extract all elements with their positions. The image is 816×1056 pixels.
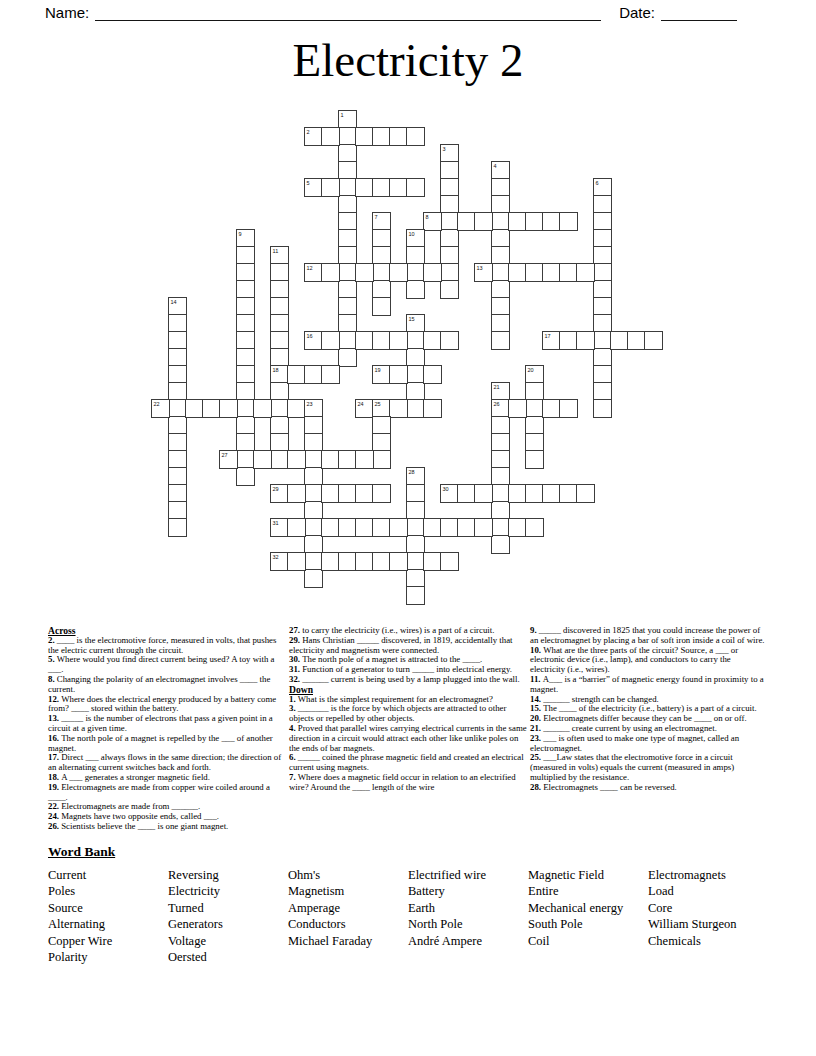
clue-item: 26. Scientists believe the ____ is one g… xyxy=(48,822,286,832)
grid-cell[interactable] xyxy=(491,212,510,231)
grid-cell[interactable] xyxy=(491,467,510,486)
grid-cell[interactable] xyxy=(593,246,612,265)
grid-cell[interactable] xyxy=(508,484,527,503)
grid-cell[interactable] xyxy=(236,382,255,401)
grid-cell[interactable] xyxy=(236,263,255,282)
grid-cell[interactable] xyxy=(168,518,187,537)
grid-cell[interactable] xyxy=(338,552,357,571)
word-bank-word: Oersted xyxy=(168,949,288,965)
grid-cell[interactable] xyxy=(151,399,170,418)
word-bank-grid: CurrentPolesSourceAlternatingCopper Wire… xyxy=(48,867,788,965)
grid-cell[interactable] xyxy=(406,229,425,248)
grid-cell[interactable] xyxy=(372,331,391,350)
grid-cell[interactable] xyxy=(168,484,187,503)
grid-cell[interactable] xyxy=(423,399,442,418)
grid-cell[interactable] xyxy=(338,246,357,265)
grid-cell[interactable] xyxy=(304,365,323,384)
grid-cell[interactable] xyxy=(168,348,187,367)
grid-cell[interactable] xyxy=(406,518,425,537)
word-bank-word: Generators xyxy=(168,916,288,932)
clue-item: 2. ____ is the electromotive force, meas… xyxy=(48,636,286,656)
word-bank-word: William Sturgeon xyxy=(648,916,768,932)
grid-cell[interactable] xyxy=(491,297,510,316)
word-bank-word: Mechanical energy xyxy=(528,900,648,916)
grid-cell[interactable] xyxy=(338,450,357,469)
grid-cell[interactable] xyxy=(219,399,238,418)
grid-cell[interactable] xyxy=(559,484,578,503)
clue-item: 28. Electromagnets ____ can be reversed. xyxy=(530,783,768,793)
grid-cell[interactable] xyxy=(491,433,510,452)
grid-cell[interactable] xyxy=(236,314,255,333)
grid-cell[interactable] xyxy=(576,331,595,350)
name-field-line[interactable] xyxy=(95,5,601,21)
grid-cell[interactable] xyxy=(168,331,187,350)
grid-cell[interactable] xyxy=(304,569,323,588)
clue-item: 23. ___ is often used to make one type o… xyxy=(530,734,768,754)
grid-cell[interactable] xyxy=(593,348,612,367)
grid-cell[interactable] xyxy=(525,399,544,418)
grid-cell[interactable] xyxy=(338,263,357,282)
word-bank-word: Michael Faraday xyxy=(288,933,408,949)
grid-cell[interactable] xyxy=(321,178,340,197)
grid-cell[interactable] xyxy=(440,195,459,214)
word-bank-word: Electrified wire xyxy=(408,867,528,883)
grid-cell[interactable] xyxy=(372,450,391,469)
grid-cell[interactable] xyxy=(559,212,578,231)
grid-cell[interactable] xyxy=(270,433,289,452)
grid-cell[interactable] xyxy=(304,178,323,197)
clue-item: 8. Changing the polarity of an electroma… xyxy=(48,675,286,695)
word-bank-word: Turned xyxy=(168,900,288,916)
grid-cell[interactable] xyxy=(338,161,357,180)
grid-cell[interactable] xyxy=(236,297,255,316)
grid-cell[interactable] xyxy=(321,365,340,384)
grid-cell[interactable] xyxy=(321,518,340,537)
grid-cell[interactable] xyxy=(508,399,527,418)
grid-cell[interactable] xyxy=(508,212,527,231)
grid-cell[interactable] xyxy=(406,467,425,486)
grid-cell[interactable] xyxy=(270,280,289,299)
grid-cell[interactable] xyxy=(593,314,612,333)
grid-cell[interactable] xyxy=(406,263,425,282)
word-bank-title: Word Bank xyxy=(48,844,788,860)
grid-cell[interactable] xyxy=(304,501,323,520)
grid-cell[interactable] xyxy=(491,331,510,350)
grid-cell[interactable] xyxy=(338,229,357,248)
grid-cell[interactable] xyxy=(270,484,289,503)
grid-cell[interactable] xyxy=(355,263,374,282)
grid-cell[interactable] xyxy=(236,331,255,350)
grid-cell[interactable] xyxy=(525,518,544,537)
grid-cell[interactable] xyxy=(372,365,391,384)
grid-cell[interactable] xyxy=(219,450,238,469)
grid-cell[interactable] xyxy=(321,552,340,571)
grid-cell[interactable] xyxy=(168,297,187,316)
grid-cell[interactable] xyxy=(423,212,442,231)
grid-cell[interactable] xyxy=(423,331,442,350)
grid-cell[interactable] xyxy=(168,314,187,333)
grid-cell[interactable] xyxy=(406,569,425,588)
word-bank-word: Electricity xyxy=(168,883,288,899)
word-bank-word: André Ampere xyxy=(408,933,528,949)
grid-cell[interactable] xyxy=(627,331,646,350)
grid-cell[interactable] xyxy=(491,416,510,435)
clue-item: 10. What are the three parts of the circ… xyxy=(530,646,768,675)
grid-cell[interactable] xyxy=(440,212,459,231)
grid-cell[interactable] xyxy=(525,212,544,231)
grid-cell[interactable] xyxy=(236,246,255,265)
name-label: Name: xyxy=(45,4,95,21)
word-bank-word: Load xyxy=(648,883,768,899)
grid-cell[interactable] xyxy=(440,331,459,350)
grid-cell[interactable] xyxy=(389,552,408,571)
grid-cell[interactable] xyxy=(406,246,425,265)
grid-cell[interactable] xyxy=(406,178,425,197)
grid-cell[interactable] xyxy=(491,280,510,299)
grid-cell[interactable] xyxy=(253,399,272,418)
word-bank-word: Ohm's xyxy=(288,867,408,883)
grid-cell[interactable] xyxy=(389,331,408,350)
word-bank-column: ElectromagnetsLoadCoreWilliam SturgeonCh… xyxy=(648,867,768,965)
grid-cell[interactable] xyxy=(270,348,289,367)
grid-cell[interactable] xyxy=(542,212,561,231)
grid-cell[interactable] xyxy=(491,399,510,418)
word-bank-word: Voltage xyxy=(168,933,288,949)
word-bank-word: South Pole xyxy=(528,916,648,932)
word-bank-word: Magnetic Field xyxy=(528,867,648,883)
grid-cell[interactable] xyxy=(593,331,612,350)
grid-cell[interactable] xyxy=(406,484,425,503)
grid-cell[interactable] xyxy=(270,297,289,316)
grid-cell[interactable] xyxy=(542,484,561,503)
grid-cell[interactable] xyxy=(270,365,289,384)
grid-cell[interactable] xyxy=(491,178,510,197)
grid-cell[interactable] xyxy=(270,450,289,469)
grid-cell[interactable] xyxy=(372,280,391,299)
grid-cell[interactable] xyxy=(304,331,323,350)
grid-cell[interactable] xyxy=(491,195,510,214)
grid-cell[interactable] xyxy=(355,331,374,350)
grid-cell[interactable] xyxy=(355,484,374,503)
grid-cell[interactable] xyxy=(406,331,425,350)
grid-cell[interactable] xyxy=(644,331,663,350)
date-field-line[interactable] xyxy=(661,5,737,21)
grid-cell[interactable] xyxy=(304,535,323,554)
grid-cell[interactable] xyxy=(491,518,510,537)
grid-cell[interactable] xyxy=(440,144,459,163)
grid-cell[interactable] xyxy=(304,552,323,571)
word-bank-word: Source xyxy=(48,900,168,916)
grid-cell[interactable] xyxy=(338,178,357,197)
grid-cell[interactable] xyxy=(593,297,612,316)
grid-cell[interactable] xyxy=(338,314,357,333)
grid-cell[interactable] xyxy=(440,263,459,282)
clue-item: 16. The north pole of a magnet is repell… xyxy=(48,734,286,754)
word-bank-word: Poles xyxy=(48,883,168,899)
grid-cell[interactable] xyxy=(440,484,459,503)
clue-column-2: 27. to carry the electricity (i.e., wire… xyxy=(289,626,527,793)
grid-cell[interactable] xyxy=(270,518,289,537)
grid-cell[interactable] xyxy=(236,433,255,452)
grid-cell[interactable] xyxy=(491,382,510,401)
grid-cell[interactable] xyxy=(406,314,425,333)
grid-cell[interactable] xyxy=(338,518,357,537)
grid-cell[interactable] xyxy=(270,382,289,401)
grid-cell[interactable] xyxy=(372,399,391,418)
grid-cell[interactable] xyxy=(338,110,357,129)
grid-cell[interactable] xyxy=(389,178,408,197)
grid-cell[interactable] xyxy=(304,450,323,469)
grid-cell[interactable] xyxy=(440,161,459,180)
grid-cell[interactable] xyxy=(593,399,612,418)
grid-cell[interactable] xyxy=(355,399,374,418)
grid-cell[interactable] xyxy=(389,518,408,537)
grid-cell[interactable] xyxy=(236,280,255,299)
grid-cell[interactable] xyxy=(525,263,544,282)
grid-cell[interactable] xyxy=(389,365,408,384)
grid-cell[interactable] xyxy=(270,246,289,265)
grid-cell[interactable] xyxy=(559,263,578,282)
grid-cell[interactable] xyxy=(338,212,357,231)
grid-cell[interactable] xyxy=(508,263,527,282)
grid-cell[interactable] xyxy=(593,229,612,248)
grid-cell[interactable] xyxy=(406,348,425,367)
word-bank-word: North Pole xyxy=(408,916,528,932)
word-bank: Word Bank CurrentPolesSourceAlternatingC… xyxy=(48,844,788,965)
grid-cell[interactable] xyxy=(542,263,561,282)
grid-cell[interactable] xyxy=(474,263,493,282)
grid-cell[interactable] xyxy=(372,416,391,435)
grid-cell[interactable] xyxy=(423,263,442,282)
grid-cell[interactable] xyxy=(491,501,510,520)
grid-cell[interactable] xyxy=(236,348,255,367)
grid-cell[interactable] xyxy=(406,552,425,571)
grid-cell[interactable] xyxy=(440,280,459,299)
grid-cell[interactable] xyxy=(287,552,306,571)
word-bank-word: Core xyxy=(648,900,768,916)
clue-item: 4. Proved that parallel wires carrying e… xyxy=(289,724,527,753)
grid-cell[interactable] xyxy=(440,229,459,248)
grid-cell[interactable] xyxy=(474,484,493,503)
grid-cell[interactable] xyxy=(508,518,527,537)
clue-item: 7. Where does a magnetic field occur in … xyxy=(289,773,527,793)
grid-cell[interactable] xyxy=(372,518,391,537)
grid-cell[interactable] xyxy=(321,127,340,146)
grid-cell[interactable] xyxy=(202,399,221,418)
grid-cell[interactable] xyxy=(389,399,408,418)
grid-cell[interactable] xyxy=(440,552,459,571)
grid-cell[interactable] xyxy=(372,297,391,316)
clue-item: 19. Electromagnets are made from copper … xyxy=(48,783,286,803)
grid-cell[interactable] xyxy=(168,501,187,520)
grid-cell[interactable] xyxy=(457,212,476,231)
grid-cell[interactable] xyxy=(525,365,544,384)
grid-cell[interactable] xyxy=(304,433,323,452)
grid-cell[interactable] xyxy=(423,552,442,571)
grid-cell[interactable] xyxy=(372,212,391,231)
grid-cell[interactable] xyxy=(406,280,425,299)
grid-cell[interactable] xyxy=(338,144,357,163)
word-bank-word: Current xyxy=(48,867,168,883)
clue-item: 6. _____ coined the phrase magnetic fiel… xyxy=(289,753,527,773)
grid-cell[interactable] xyxy=(287,450,306,469)
grid-cell[interactable] xyxy=(457,518,476,537)
grid-cell[interactable] xyxy=(236,450,255,469)
grid-cell[interactable] xyxy=(406,586,425,605)
grid-cell[interactable] xyxy=(338,348,357,367)
grid-cell[interactable] xyxy=(406,365,425,384)
clue-item: 29. Hans Christian _____ discovered, in … xyxy=(289,636,527,656)
grid-cell[interactable] xyxy=(491,450,510,469)
grid-cell[interactable] xyxy=(338,331,357,350)
grid-cell[interactable] xyxy=(270,399,289,418)
grid-cell[interactable] xyxy=(593,178,612,197)
grid-cell[interactable] xyxy=(236,467,255,486)
grid-cell[interactable] xyxy=(525,450,544,469)
grid-cell[interactable] xyxy=(491,161,510,180)
grid-cell[interactable] xyxy=(338,280,357,299)
clue-item: 32. ______ current is being used by a la… xyxy=(289,675,527,685)
grid-cell[interactable] xyxy=(236,229,255,248)
grid-cell[interactable] xyxy=(372,484,391,503)
grid-cell[interactable] xyxy=(491,263,510,282)
grid-cell[interactable] xyxy=(491,535,510,554)
grid-cell[interactable] xyxy=(355,178,374,197)
grid-cell[interactable] xyxy=(355,518,374,537)
grid-cell[interactable] xyxy=(491,314,510,333)
grid-cell[interactable] xyxy=(593,195,612,214)
clue-item: 3. _______ is the force by which objects… xyxy=(289,704,527,724)
grid-cell[interactable] xyxy=(321,484,340,503)
grid-cell[interactable] xyxy=(542,399,561,418)
grid-cell[interactable] xyxy=(270,314,289,333)
grid-cell[interactable] xyxy=(372,552,391,571)
grid-cell[interactable] xyxy=(474,518,493,537)
grid-cell[interactable] xyxy=(406,127,425,146)
clue-item: 5. Where would you find direct current b… xyxy=(48,655,286,675)
word-bank-word: Reversing xyxy=(168,867,288,883)
grid-cell[interactable] xyxy=(287,365,306,384)
grid-cell[interactable] xyxy=(168,416,187,435)
grid-cell[interactable] xyxy=(593,263,612,282)
word-bank-word: Electromagnets xyxy=(648,867,768,883)
grid-cell[interactable] xyxy=(287,484,306,503)
grid-cell[interactable] xyxy=(525,416,544,435)
grid-cell[interactable] xyxy=(185,399,204,418)
grid-cell[interactable] xyxy=(270,331,289,350)
grid-cell[interactable] xyxy=(304,416,323,435)
grid-cell[interactable] xyxy=(491,484,510,503)
grid-cell[interactable] xyxy=(338,195,357,214)
grid-cell[interactable] xyxy=(610,331,629,350)
grid-cell[interactable] xyxy=(474,212,493,231)
grid-cell[interactable] xyxy=(372,127,391,146)
grid-cell[interactable] xyxy=(253,450,272,469)
grid-cell[interactable] xyxy=(440,518,459,537)
grid-cell[interactable] xyxy=(542,331,561,350)
grid-cell[interactable] xyxy=(593,280,612,299)
grid-cell[interactable] xyxy=(304,399,323,418)
clue-item: 11. A___ is a “barrier” of magnetic ener… xyxy=(530,675,768,695)
grid-cell[interactable] xyxy=(372,246,391,265)
grid-cell[interactable] xyxy=(338,297,357,316)
grid-cell[interactable] xyxy=(372,433,391,452)
grid-cell[interactable] xyxy=(321,331,340,350)
grid-cell[interactable] xyxy=(406,399,425,418)
grid-cell[interactable] xyxy=(423,365,442,384)
word-bank-word: Amperage xyxy=(288,900,408,916)
grid-cell[interactable] xyxy=(236,399,255,418)
grid-cell[interactable] xyxy=(270,552,289,571)
grid-cell[interactable] xyxy=(525,382,544,401)
grid-cell[interactable] xyxy=(338,127,357,146)
grid-cell[interactable] xyxy=(168,433,187,452)
grid-cell[interactable] xyxy=(491,229,510,248)
grid-cell[interactable] xyxy=(423,518,442,537)
grid-cell[interactable] xyxy=(236,416,255,435)
grid-cell[interactable] xyxy=(236,365,255,384)
grid-cell[interactable] xyxy=(525,433,544,452)
grid-cell[interactable] xyxy=(406,535,425,554)
grid-cell[interactable] xyxy=(593,212,612,231)
grid-cell[interactable] xyxy=(355,552,374,571)
grid-cell[interactable] xyxy=(525,484,544,503)
grid-cell[interactable] xyxy=(355,127,374,146)
grid-cell[interactable] xyxy=(440,178,459,197)
grid-cell[interactable] xyxy=(168,450,187,469)
grid-cell[interactable] xyxy=(321,450,340,469)
grid-cell[interactable] xyxy=(389,263,408,282)
date-label: Date: xyxy=(619,4,661,21)
grid-cell[interactable] xyxy=(491,246,510,265)
grid-cell[interactable] xyxy=(593,365,612,384)
clue-item: 12. Where does the electrical energy pro… xyxy=(48,695,286,715)
grid-cell[interactable] xyxy=(576,263,595,282)
grid-cell[interactable] xyxy=(168,382,187,401)
grid-cell[interactable] xyxy=(372,263,391,282)
word-bank-word: Entire xyxy=(528,883,648,899)
clue-item: 9. _____ discovered in 1825 that you cou… xyxy=(530,626,768,646)
grid-cell[interactable] xyxy=(321,263,340,282)
grid-cell[interactable] xyxy=(168,467,187,486)
worksheet-header: Name: Date: xyxy=(45,4,737,21)
grid-cell[interactable] xyxy=(457,484,476,503)
grid-cell[interactable] xyxy=(576,484,595,503)
grid-cell[interactable] xyxy=(389,127,408,146)
grid-cell[interactable] xyxy=(406,501,425,520)
grid-cell[interactable] xyxy=(304,127,323,146)
grid-cell[interactable] xyxy=(440,246,459,265)
grid-cell[interactable] xyxy=(287,399,306,418)
grid-cell[interactable] xyxy=(372,229,391,248)
grid-cell[interactable] xyxy=(168,399,187,418)
grid-cell[interactable] xyxy=(406,382,425,401)
grid-cell[interactable] xyxy=(304,518,323,537)
grid-cell[interactable] xyxy=(559,331,578,350)
grid-cell[interactable] xyxy=(304,263,323,282)
grid-cell[interactable] xyxy=(270,263,289,282)
grid-cell[interactable] xyxy=(593,382,612,401)
grid-cell[interactable] xyxy=(355,450,374,469)
grid-cell[interactable] xyxy=(304,484,323,503)
grid-cell[interactable] xyxy=(287,518,306,537)
grid-cell[interactable] xyxy=(338,484,357,503)
grid-cell[interactable] xyxy=(304,467,323,486)
grid-cell[interactable] xyxy=(372,178,391,197)
grid-cell[interactable] xyxy=(168,365,187,384)
grid-cell[interactable] xyxy=(270,416,289,435)
grid-cell[interactable] xyxy=(559,399,578,418)
